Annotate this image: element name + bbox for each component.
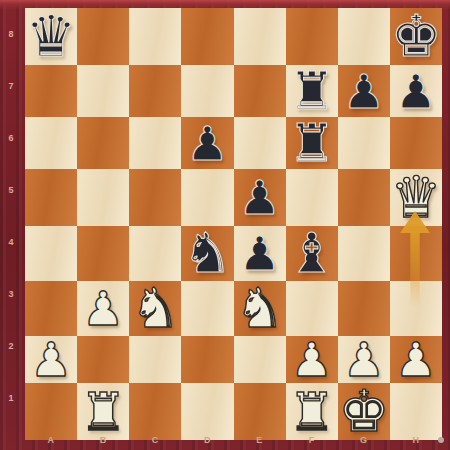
square-b5[interactable] <box>77 169 129 226</box>
square-g4[interactable] <box>338 226 390 281</box>
square-e8[interactable] <box>234 8 286 65</box>
square-e7[interactable] <box>234 65 286 117</box>
square-c8[interactable] <box>129 8 181 65</box>
square-f3[interactable] <box>286 281 338 336</box>
white-pawn[interactable]: ♟ <box>82 285 124 332</box>
square-b4[interactable] <box>77 226 129 281</box>
file-label-g: G <box>338 424 390 450</box>
black-pawn[interactable]: ♟ <box>395 68 437 115</box>
square-b8[interactable] <box>77 8 129 65</box>
rank-label-8: 8 <box>0 8 22 60</box>
square-e5[interactable]: ♟ <box>234 169 286 226</box>
square-g8[interactable] <box>338 8 390 65</box>
rank-label-4: 4 <box>0 216 22 268</box>
square-h7[interactable]: ♟ <box>390 65 442 117</box>
black-pawn[interactable]: ♟ <box>343 68 385 115</box>
square-c3[interactable]: ♞ <box>129 281 181 336</box>
square-f7[interactable]: ♜ <box>286 65 338 117</box>
square-c4[interactable] <box>129 226 181 281</box>
square-h4[interactable] <box>390 226 442 281</box>
white-knight[interactable]: ♞ <box>131 281 180 336</box>
square-b3[interactable]: ♟ <box>77 281 129 336</box>
square-f4[interactable]: ♝ <box>286 226 338 281</box>
square-e4[interactable]: ♟ <box>234 226 286 281</box>
square-c6[interactable] <box>129 117 181 169</box>
file-label-f: F <box>286 424 338 450</box>
square-h3[interactable] <box>390 281 442 336</box>
black-bishop[interactable]: ♝ <box>287 226 336 281</box>
square-g3[interactable] <box>338 281 390 336</box>
rank-label-2: 2 <box>0 320 22 372</box>
file-label-a: A <box>25 424 77 450</box>
square-e2[interactable] <box>234 336 286 383</box>
square-e3[interactable]: ♞ <box>234 281 286 336</box>
square-c2[interactable] <box>129 336 181 383</box>
rank-label-1: 1 <box>0 372 22 424</box>
black-pawn[interactable]: ♟ <box>186 120 228 167</box>
white-knight[interactable]: ♞ <box>235 281 284 336</box>
black-queen[interactable]: ♛ <box>26 8 77 65</box>
white-pawn[interactable]: ♟ <box>395 336 437 383</box>
square-d6[interactable]: ♟ <box>181 117 233 169</box>
black-pawn[interactable]: ♟ <box>238 230 280 277</box>
rank-label-6: 6 <box>0 112 22 164</box>
square-d5[interactable] <box>181 169 233 226</box>
rank-label-5: 5 <box>0 164 22 216</box>
border-dot-marker <box>438 437 444 443</box>
square-h8[interactable]: ♚ <box>390 8 442 65</box>
file-label-c: C <box>129 424 181 450</box>
square-h6[interactable] <box>390 117 442 169</box>
white-pawn[interactable]: ♟ <box>343 336 385 383</box>
square-b7[interactable] <box>77 65 129 117</box>
rank-label-7: 7 <box>0 60 22 112</box>
square-g6[interactable] <box>338 117 390 169</box>
white-pawn[interactable]: ♟ <box>291 336 333 383</box>
black-knight[interactable]: ♞ <box>183 226 232 281</box>
square-a5[interactable] <box>25 169 77 226</box>
square-a6[interactable] <box>25 117 77 169</box>
black-king[interactable]: ♚ <box>390 8 441 65</box>
square-e6[interactable] <box>234 117 286 169</box>
chess-board: 87654321 ♛♚♜♟♟♟♜♟♛♞♟♝♟♞♞♟♟♟♟♜♜♚ ABCDEFGH <box>0 0 450 450</box>
square-f8[interactable] <box>286 8 338 65</box>
black-pawn[interactable]: ♟ <box>238 174 280 221</box>
file-label-d: D <box>181 424 233 450</box>
file-labels: ABCDEFGH <box>25 424 442 450</box>
board-grid: ♛♚♜♟♟♟♜♟♛♞♟♝♟♞♞♟♟♟♟♜♜♚ <box>25 8 442 424</box>
white-queen[interactable]: ♛ <box>390 169 441 226</box>
square-a8[interactable]: ♛ <box>25 8 77 65</box>
square-g7[interactable]: ♟ <box>338 65 390 117</box>
square-c7[interactable] <box>129 65 181 117</box>
black-rook[interactable]: ♜ <box>288 117 335 169</box>
white-pawn[interactable]: ♟ <box>30 336 72 383</box>
file-label-h: H <box>390 424 442 450</box>
rank-labels: 87654321 <box>0 8 22 424</box>
square-d7[interactable] <box>181 65 233 117</box>
square-a7[interactable] <box>25 65 77 117</box>
square-a2[interactable]: ♟ <box>25 336 77 383</box>
file-label-e: E <box>234 424 286 450</box>
square-d3[interactable] <box>181 281 233 336</box>
file-label-b: B <box>77 424 129 450</box>
rank-label-3: 3 <box>0 268 22 320</box>
square-d8[interactable] <box>181 8 233 65</box>
square-d2[interactable] <box>181 336 233 383</box>
square-d4[interactable]: ♞ <box>181 226 233 281</box>
square-b6[interactable] <box>77 117 129 169</box>
square-a3[interactable] <box>25 281 77 336</box>
square-f5[interactable] <box>286 169 338 226</box>
square-g2[interactable]: ♟ <box>338 336 390 383</box>
square-h5[interactable]: ♛ <box>390 169 442 226</box>
square-g5[interactable] <box>338 169 390 226</box>
black-rook[interactable]: ♜ <box>288 65 335 117</box>
square-f6[interactable]: ♜ <box>286 117 338 169</box>
square-b2[interactable] <box>77 336 129 383</box>
square-c5[interactable] <box>129 169 181 226</box>
square-f2[interactable]: ♟ <box>286 336 338 383</box>
square-a4[interactable] <box>25 226 77 281</box>
square-h2[interactable]: ♟ <box>390 336 442 383</box>
